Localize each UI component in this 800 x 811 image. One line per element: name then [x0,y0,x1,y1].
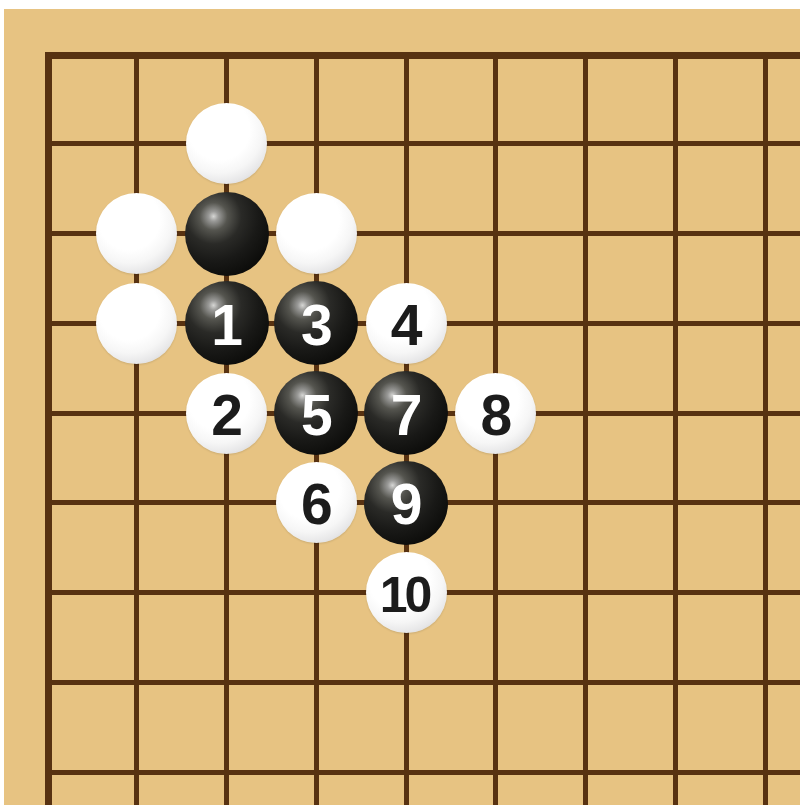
stone-white-move-8: 8 [455,373,536,454]
board-cell [493,770,583,806]
board-cell [673,231,763,321]
board-cell [763,680,800,770]
board-cell [673,52,763,142]
board-cell [673,680,763,770]
stone-move-number: 5 [301,387,332,444]
stone-move-number: 8 [480,387,511,444]
stone-move-number: 10 [380,570,430,620]
stone-black-move-3: 3 [274,281,358,365]
stone-move-number: 4 [391,297,422,354]
board-cell [763,770,800,806]
board-cell [404,680,494,770]
stone-move-number: 3 [301,297,332,354]
board-cell [493,231,583,321]
board-cell [673,500,763,590]
board-cell [45,411,135,501]
board-cell [314,770,404,806]
board-cell [763,141,800,231]
board-cell [493,680,583,770]
stone-black-move-7: 7 [364,371,448,455]
board-cell [45,52,135,142]
board-cell [583,500,673,590]
stone-white-move-2: 2 [186,373,267,454]
board-cell [493,500,583,590]
board-cell [763,231,800,321]
board-cell [583,590,673,680]
board-cell [763,321,800,411]
board-cell [224,680,314,770]
stone-white-c1-r3 [96,283,177,364]
board-cell [583,141,673,231]
board-cell [763,590,800,680]
board-cell [404,770,494,806]
board-cell [134,680,224,770]
stone-move-number: 7 [391,387,422,444]
go-diagram: 13425786910 [0,0,800,811]
board-cell [314,680,404,770]
go-board: 13425786910 [4,9,800,805]
board-cell [583,411,673,501]
stone-move-number: 9 [391,476,422,533]
stone-black-move-9: 9 [364,461,448,545]
board-cell [404,52,494,142]
board-cell [493,590,583,680]
board-cell [583,680,673,770]
stone-white-c1-r2 [96,193,177,274]
board-cell [45,680,135,770]
stone-black-move-1: 1 [185,281,269,365]
board-cell [673,770,763,806]
stone-move-number: 6 [301,476,332,533]
board-cell [134,770,224,806]
stone-white-c2-r1 [186,103,267,184]
board-cell [45,770,135,806]
board-cell [583,52,673,142]
board-cell [673,590,763,680]
board-cell [493,141,583,231]
board-cell [763,500,800,590]
board-cell [314,52,404,142]
stone-white-move-4: 4 [366,283,447,364]
stone-black-c2-r2 [185,192,269,276]
board-cell [583,321,673,411]
stone-white-move-10: 10 [366,552,447,633]
stone-white-move-6: 6 [276,462,357,543]
board-cell [224,770,314,806]
board-cell [583,770,673,806]
board-cell [134,590,224,680]
board-cell [583,231,673,321]
board-cell [763,411,800,501]
stone-move-number: 2 [211,387,242,444]
board-cell [224,590,314,680]
board-cell [45,590,135,680]
stone-black-move-5: 5 [274,371,358,455]
board-cell [673,321,763,411]
stone-white-c3-r2 [276,193,357,274]
board-cell [673,141,763,231]
board-cell [45,500,135,590]
board-cell [404,141,494,231]
board-cell [673,411,763,501]
board-cell [493,52,583,142]
stone-move-number: 1 [211,297,242,354]
board-cell [134,500,224,590]
board-cell [763,52,800,142]
